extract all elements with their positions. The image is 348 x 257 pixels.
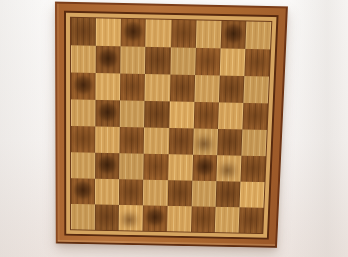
board-frame <box>55 2 288 248</box>
square-h6 <box>243 76 269 103</box>
square-b3 <box>95 153 119 179</box>
square-c5 <box>120 100 145 127</box>
square-a4 <box>71 126 95 153</box>
photo-background <box>0 0 348 257</box>
square-b7 <box>96 46 121 74</box>
square-f1 <box>191 206 216 232</box>
chessboard <box>55 2 288 248</box>
square-a6 <box>71 72 96 99</box>
square-c4 <box>120 127 145 154</box>
square-d2 <box>143 180 168 206</box>
square-g4 <box>217 129 242 156</box>
square-g6 <box>219 76 245 103</box>
square-c6 <box>120 74 145 101</box>
square-e6 <box>169 75 194 102</box>
square-b2 <box>95 179 119 205</box>
square-h5 <box>242 103 268 130</box>
square-d1 <box>143 205 167 231</box>
square-e8 <box>171 20 197 48</box>
square-b5 <box>95 100 120 127</box>
square-g3 <box>216 155 241 181</box>
square-e7 <box>170 47 195 75</box>
square-a3 <box>71 152 95 178</box>
square-c8 <box>121 19 146 47</box>
square-f5 <box>193 102 218 129</box>
square-d3 <box>144 154 169 180</box>
square-h3 <box>240 156 265 182</box>
square-e1 <box>167 206 192 232</box>
square-f2 <box>191 181 216 207</box>
square-f7 <box>195 48 221 76</box>
square-a1 <box>71 204 95 230</box>
board-inner-margin <box>64 11 279 240</box>
square-h1 <box>238 207 263 233</box>
square-g8 <box>220 21 246 49</box>
square-g7 <box>219 48 245 76</box>
square-b1 <box>95 204 119 230</box>
square-a5 <box>71 99 96 126</box>
square-b4 <box>95 126 120 153</box>
square-d8 <box>146 19 171 47</box>
square-c3 <box>119 153 144 179</box>
square-b8 <box>96 18 121 46</box>
square-d6 <box>145 74 170 101</box>
square-e5 <box>169 101 194 128</box>
square-d7 <box>145 47 170 75</box>
square-h8 <box>245 21 271 49</box>
square-f8 <box>195 20 221 48</box>
square-g1 <box>215 207 240 233</box>
square-e2 <box>167 180 192 206</box>
square-c1 <box>119 205 143 231</box>
square-g5 <box>218 102 243 129</box>
square-d5 <box>144 101 169 128</box>
square-e3 <box>168 154 193 180</box>
square-a2 <box>71 178 95 204</box>
square-h4 <box>241 129 266 156</box>
square-a8 <box>71 18 96 46</box>
board-grid <box>70 17 272 234</box>
square-d4 <box>144 127 169 154</box>
square-f4 <box>193 128 218 155</box>
square-f3 <box>192 155 217 181</box>
square-a7 <box>71 45 96 73</box>
square-h7 <box>244 49 270 77</box>
square-b6 <box>96 73 121 100</box>
square-c2 <box>119 179 143 205</box>
square-c7 <box>121 46 146 74</box>
square-f6 <box>194 75 219 102</box>
square-h2 <box>239 182 264 208</box>
square-g2 <box>215 181 240 207</box>
square-e4 <box>168 128 193 155</box>
